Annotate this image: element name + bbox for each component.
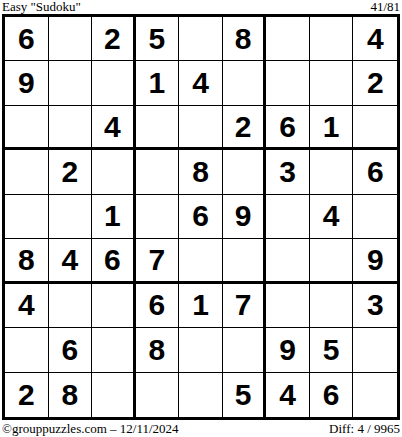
cell-r3c9-empty[interactable]: [353, 106, 397, 150]
cell-r7c2-empty[interactable]: [49, 284, 93, 328]
cell-r3c4-empty[interactable]: [136, 106, 180, 150]
cell-r5c2-empty[interactable]: [49, 195, 93, 239]
cell-r7c6-given[interactable]: 7: [223, 284, 267, 328]
cell-r3c5-empty[interactable]: [179, 106, 223, 150]
cell-r7c4-given[interactable]: 6: [136, 284, 180, 328]
cell-r5c7-empty[interactable]: [266, 195, 310, 239]
cell-r3c3-given[interactable]: 4: [92, 106, 136, 150]
cell-r9c5-empty[interactable]: [179, 373, 223, 417]
cell-r9c9-empty[interactable]: [353, 373, 397, 417]
cell-r2c3-empty[interactable]: [92, 61, 136, 105]
cell-r7c9-given[interactable]: 3: [353, 284, 397, 328]
cell-r8c4-given[interactable]: 8: [136, 328, 180, 372]
cell-r2c4-given[interactable]: 1: [136, 61, 180, 105]
cell-r1c3-given[interactable]: 2: [92, 17, 136, 61]
cell-r5c6-given[interactable]: 9: [223, 195, 267, 239]
cell-r4c6-empty[interactable]: [223, 150, 267, 194]
cell-r6c3-given[interactable]: 6: [92, 239, 136, 283]
cell-r9c6-given[interactable]: 5: [223, 373, 267, 417]
cell-r4c8-empty[interactable]: [310, 150, 354, 194]
cell-r2c9-given[interactable]: 2: [353, 61, 397, 105]
cell-r4c9-given[interactable]: 6: [353, 150, 397, 194]
cell-r3c6-given[interactable]: 2: [223, 106, 267, 150]
copyright-text: ©grouppuzzles.com – 12/11/2024: [2, 421, 179, 436]
cell-r3c7-given[interactable]: 6: [266, 106, 310, 150]
cell-r9c7-given[interactable]: 4: [266, 373, 310, 417]
cell-r6c6-empty[interactable]: [223, 239, 267, 283]
cell-r2c1-given[interactable]: 9: [5, 61, 49, 105]
cell-r6c5-empty[interactable]: [179, 239, 223, 283]
cell-r5c8-given[interactable]: 4: [310, 195, 354, 239]
cell-r1c4-given[interactable]: 5: [136, 17, 180, 61]
footer: ©grouppuzzles.com – 12/11/2024 Diff: 4 /…: [2, 421, 400, 436]
cell-r5c1-empty[interactable]: [5, 195, 49, 239]
cell-r4c3-empty[interactable]: [92, 150, 136, 194]
cell-r1c7-empty[interactable]: [266, 17, 310, 61]
cell-r4c1-empty[interactable]: [5, 150, 49, 194]
cell-r8c8-given[interactable]: 5: [310, 328, 354, 372]
cell-r2c5-given[interactable]: 4: [179, 61, 223, 105]
cell-r1c6-given[interactable]: 8: [223, 17, 267, 61]
cell-r9c1-given[interactable]: 2: [5, 373, 49, 417]
cell-r5c3-given[interactable]: 1: [92, 195, 136, 239]
cell-r2c8-empty[interactable]: [310, 61, 354, 105]
cell-r9c8-given[interactable]: 6: [310, 373, 354, 417]
cell-r5c9-empty[interactable]: [353, 195, 397, 239]
cell-r6c8-empty[interactable]: [310, 239, 354, 283]
cell-r8c9-empty[interactable]: [353, 328, 397, 372]
cell-r2c7-empty[interactable]: [266, 61, 310, 105]
cell-r1c8-empty[interactable]: [310, 17, 354, 61]
cell-r8c6-empty[interactable]: [223, 328, 267, 372]
cell-r1c9-given[interactable]: 4: [353, 17, 397, 61]
cell-r1c5-empty[interactable]: [179, 17, 223, 61]
cell-r7c5-given[interactable]: 1: [179, 284, 223, 328]
cell-r3c2-empty[interactable]: [49, 106, 93, 150]
cell-r7c1-given[interactable]: 4: [5, 284, 49, 328]
cell-r4c5-given[interactable]: 8: [179, 150, 223, 194]
cell-r3c1-empty[interactable]: [5, 106, 49, 150]
cell-r3c8-given[interactable]: 1: [310, 106, 354, 150]
cell-r6c9-given[interactable]: 9: [353, 239, 397, 283]
empty-cell-counter: 41/81: [370, 0, 400, 14]
cell-r7c8-empty[interactable]: [310, 284, 354, 328]
cell-r7c3-empty[interactable]: [92, 284, 136, 328]
cell-r4c2-given[interactable]: 2: [49, 150, 93, 194]
cell-r9c4-empty[interactable]: [136, 373, 180, 417]
sudoku-page: Easy "Sudoku" 41/81 62584914242612836169…: [0, 0, 402, 437]
cell-r4c7-given[interactable]: 3: [266, 150, 310, 194]
cell-r6c1-given[interactable]: 8: [5, 239, 49, 283]
cell-r2c6-empty[interactable]: [223, 61, 267, 105]
cell-r9c2-given[interactable]: 8: [49, 373, 93, 417]
cell-r4c4-empty[interactable]: [136, 150, 180, 194]
cell-r5c4-empty[interactable]: [136, 195, 180, 239]
cell-r2c2-empty[interactable]: [49, 61, 93, 105]
cell-r5c5-given[interactable]: 6: [179, 195, 223, 239]
cell-r7c7-empty[interactable]: [266, 284, 310, 328]
cell-r6c4-given[interactable]: 7: [136, 239, 180, 283]
difficulty-text: Diff: 4 / 9965: [329, 421, 400, 436]
cell-r9c3-empty[interactable]: [92, 373, 136, 417]
header: Easy "Sudoku" 41/81: [2, 0, 400, 14]
cell-r8c7-given[interactable]: 9: [266, 328, 310, 372]
puzzle-title: Easy "Sudoku": [2, 0, 81, 14]
cell-r8c2-given[interactable]: 6: [49, 328, 93, 372]
sudoku-board: 6258491424261283616948467946173689528546: [2, 14, 400, 420]
cell-r6c2-given[interactable]: 4: [49, 239, 93, 283]
cell-r8c1-empty[interactable]: [5, 328, 49, 372]
cell-r8c5-empty[interactable]: [179, 328, 223, 372]
cell-r8c3-empty[interactable]: [92, 328, 136, 372]
cell-r1c1-given[interactable]: 6: [5, 17, 49, 61]
cell-r6c7-empty[interactable]: [266, 239, 310, 283]
cell-r1c2-empty[interactable]: [49, 17, 93, 61]
